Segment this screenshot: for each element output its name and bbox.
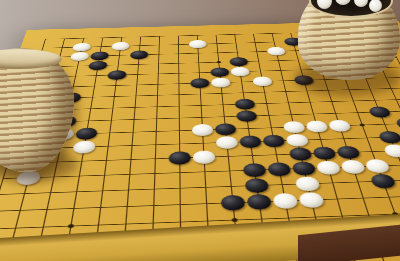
white-stone[interactable] — [72, 140, 96, 153]
white-stone[interactable] — [339, 159, 366, 173]
white-stone[interactable] — [285, 134, 309, 147]
white-stone[interactable] — [282, 121, 306, 133]
white-stone[interactable] — [230, 67, 250, 77]
white-stone[interactable] — [191, 124, 213, 136]
white-stone[interactable] — [304, 120, 328, 132]
black-stone[interactable] — [87, 61, 107, 70]
white-stone[interactable] — [188, 40, 206, 49]
black-stone[interactable] — [220, 194, 245, 210]
stone-bowl-right — [298, 0, 400, 80]
black-stone[interactable] — [242, 163, 267, 177]
black-stone[interactable] — [89, 51, 109, 60]
white-stone[interactable] — [266, 47, 286, 56]
black-stone[interactable] — [377, 131, 400, 144]
star-point — [216, 61, 221, 63]
black-stone[interactable] — [129, 50, 148, 59]
black-stone[interactable] — [291, 161, 317, 175]
white-stone[interactable] — [111, 42, 130, 51]
black-stone[interactable] — [214, 123, 236, 135]
white-stone[interactable] — [315, 160, 341, 174]
white-stone[interactable] — [71, 43, 91, 52]
black-stone[interactable] — [74, 127, 97, 140]
bowl-white-stone — [335, 0, 351, 5]
black-stone[interactable] — [168, 151, 190, 165]
black-stone[interactable] — [368, 173, 396, 188]
black-stone[interactable] — [229, 57, 248, 66]
black-stone[interactable] — [244, 178, 269, 193]
black-stone[interactable] — [235, 110, 257, 122]
white-stone[interactable] — [69, 52, 89, 61]
bowl-opening — [309, 0, 393, 18]
bowl-rim — [0, 49, 62, 69]
bowl-white-stone — [369, 0, 382, 12]
white-stone[interactable] — [382, 144, 400, 157]
white-stone[interactable] — [215, 136, 238, 149]
black-stone[interactable] — [288, 147, 313, 161]
bowl-white-stone — [317, 0, 332, 9]
go-game-photo — [0, 0, 400, 261]
black-stone[interactable] — [238, 135, 261, 148]
white-stone[interactable] — [294, 176, 320, 191]
black-stone[interactable] — [367, 106, 392, 118]
black-stone[interactable] — [210, 67, 230, 77]
white-stone[interactable] — [297, 192, 324, 208]
black-stone[interactable] — [246, 194, 272, 210]
white-stone[interactable] — [327, 119, 351, 131]
white-stone[interactable] — [210, 77, 230, 87]
grid-line-vertical — [150, 36, 160, 261]
black-stone[interactable] — [311, 146, 336, 160]
white-stone[interactable] — [363, 159, 390, 173]
white-stone[interactable] — [252, 76, 273, 86]
black-stone[interactable] — [234, 98, 255, 109]
black-stone[interactable] — [106, 70, 126, 80]
black-stone[interactable] — [335, 145, 361, 159]
black-stone[interactable] — [190, 78, 210, 88]
star-point — [231, 218, 237, 222]
grid-line-horizontal — [0, 178, 400, 195]
white-stone[interactable] — [192, 150, 215, 164]
bowl-white-stone — [354, 0, 368, 7]
black-stone[interactable] — [262, 134, 286, 147]
star-point — [67, 224, 74, 228]
black-stone[interactable] — [266, 162, 291, 176]
white-stone[interactable] — [271, 193, 298, 209]
grid-line-horizontal — [23, 99, 400, 111]
star-point — [359, 123, 365, 126]
